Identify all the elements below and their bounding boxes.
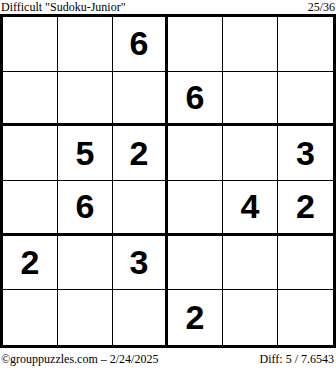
footer: ©grouppuzzles.com – 2/24/2025 Diff: 5 / …: [0, 348, 336, 370]
sudoku-page: Difficult "Sudoku-Junior" 25/36 6 6 5 2 …: [0, 0, 336, 370]
cell-r6c2[interactable]: [58, 290, 113, 345]
cell-r3c5[interactable]: [223, 126, 278, 181]
difficulty-rating-text: Diff: 5 / 7.6543: [260, 352, 334, 366]
cell-r1c4[interactable]: [168, 17, 223, 72]
copyright-date-text: ©grouppuzzles.com – 2/24/2025: [1, 352, 158, 366]
cell-r5c6[interactable]: [278, 236, 333, 291]
cell-r4c4[interactable]: [168, 181, 223, 236]
cell-r6c6[interactable]: [278, 290, 333, 345]
cell-r4c1[interactable]: [3, 181, 58, 236]
cell-r1c3[interactable]: 6: [113, 17, 168, 72]
cell-r5c2[interactable]: [58, 236, 113, 291]
cell-r4c6[interactable]: 2: [278, 181, 333, 236]
cell-r4c5[interactable]: 4: [223, 181, 278, 236]
cell-r3c4[interactable]: [168, 126, 223, 181]
cell-r2c2[interactable]: [58, 72, 113, 127]
cell-r2c6[interactable]: [278, 72, 333, 127]
cell-r2c5[interactable]: [223, 72, 278, 127]
cell-r5c3[interactable]: 3: [113, 236, 168, 291]
cell-r5c5[interactable]: [223, 236, 278, 291]
cell-r6c4[interactable]: 2: [168, 290, 223, 345]
puzzle-title: Difficult "Sudoku-Junior": [1, 1, 126, 14]
cell-r3c6[interactable]: 3: [278, 126, 333, 181]
cell-r6c5[interactable]: [223, 290, 278, 345]
header: Difficult "Sudoku-Junior" 25/36: [0, 0, 336, 14]
cell-r4c3[interactable]: [113, 181, 168, 236]
cell-r2c3[interactable]: [113, 72, 168, 127]
cell-r1c5[interactable]: [223, 17, 278, 72]
cell-r5c1[interactable]: 2: [3, 236, 58, 291]
cell-r2c1[interactable]: [3, 72, 58, 127]
cell-r6c1[interactable]: [3, 290, 58, 345]
sudoku-board: 6 6 5 2 3 6 4 2 2 3 2: [0, 14, 336, 348]
cell-r1c1[interactable]: [3, 17, 58, 72]
cell-r1c6[interactable]: [278, 17, 333, 72]
cell-r3c1[interactable]: [3, 126, 58, 181]
cells-remaining-counter: 25/36: [308, 1, 335, 14]
cell-r1c2[interactable]: [58, 17, 113, 72]
cell-r3c3[interactable]: 2: [113, 126, 168, 181]
cell-r2c4[interactable]: 6: [168, 72, 223, 127]
cell-r3c2[interactable]: 5: [58, 126, 113, 181]
cell-r5c4[interactable]: [168, 236, 223, 291]
cell-r4c2[interactable]: 6: [58, 181, 113, 236]
cell-r6c3[interactable]: [113, 290, 168, 345]
